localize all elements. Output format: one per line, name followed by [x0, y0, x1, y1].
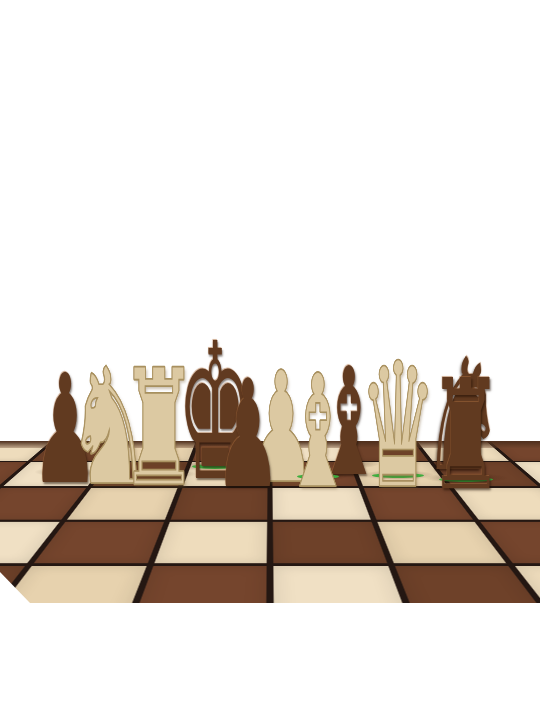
- product-photo-scene: ♟ ♞ ♜ ♚ ♟ ♟ ♝ ♝ ♛ ♞ ♜: [0, 0, 540, 720]
- piece-light-queen: ♛: [359, 340, 437, 513]
- piece-dark-pawn-2: ♟: [215, 360, 282, 509]
- piece-dark-rook: ♜: [429, 360, 504, 512]
- piece-light-bishop: ♝: [283, 354, 353, 510]
- pieces-layer: ♟ ♞ ♜ ♚ ♟ ♟ ♝ ♝ ♛ ♞ ♜: [0, 0, 540, 720]
- piece-light-rook: ♜: [119, 348, 198, 509]
